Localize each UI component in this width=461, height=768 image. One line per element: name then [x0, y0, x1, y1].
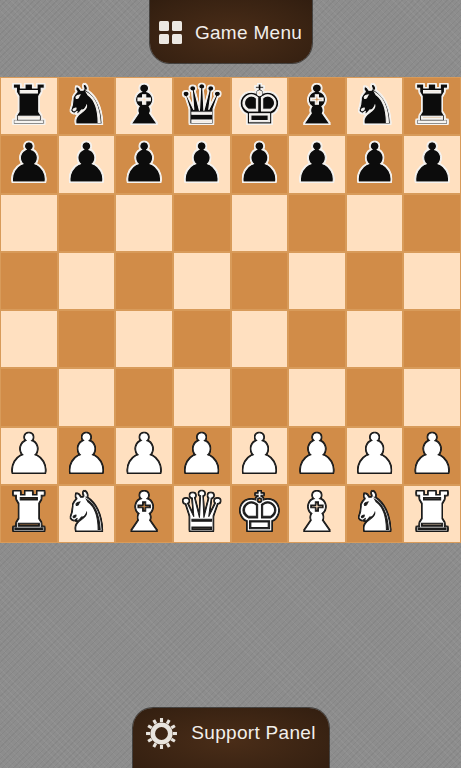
gear-icon: [145, 717, 178, 750]
piece-white-knight: ♞︎: [62, 485, 111, 540]
piece-white-pawn: ♟︎: [62, 427, 111, 482]
square-d2[interactable]: ♟︎: [173, 427, 231, 485]
square-b3[interactable]: [58, 368, 116, 426]
square-c5[interactable]: [115, 252, 173, 310]
square-c8[interactable]: ♝︎: [115, 77, 173, 135]
piece-black-pawn: ♟︎: [62, 136, 111, 191]
square-d5[interactable]: [173, 252, 231, 310]
square-d8[interactable]: ♛︎: [173, 77, 231, 135]
piece-white-king: ♚︎: [235, 485, 284, 540]
square-g6[interactable]: [346, 194, 404, 252]
square-d7[interactable]: ♟︎: [173, 135, 231, 193]
square-e7[interactable]: ♟︎: [231, 135, 289, 193]
piece-black-pawn: ♟︎: [408, 136, 457, 191]
piece-black-pawn: ♟︎: [119, 136, 168, 191]
square-b7[interactable]: ♟︎: [58, 135, 116, 193]
square-e3[interactable]: [231, 368, 289, 426]
piece-black-knight: ♞︎: [62, 78, 111, 133]
square-e1[interactable]: ♚︎: [231, 485, 289, 543]
piece-white-pawn: ♟︎: [292, 427, 341, 482]
square-b1[interactable]: ♞︎: [58, 485, 116, 543]
piece-black-pawn: ♟︎: [350, 136, 399, 191]
square-f5[interactable]: [288, 252, 346, 310]
piece-black-king: ♚︎: [235, 78, 284, 133]
square-g2[interactable]: ♟︎: [346, 427, 404, 485]
square-h2[interactable]: ♟︎: [403, 427, 461, 485]
square-g5[interactable]: [346, 252, 404, 310]
square-g3[interactable]: [346, 368, 404, 426]
piece-black-pawn: ♟︎: [4, 136, 53, 191]
piece-white-pawn: ♟︎: [235, 427, 284, 482]
game-menu-button[interactable]: Game Menu: [150, 0, 312, 63]
square-b2[interactable]: ♟︎: [58, 427, 116, 485]
square-b5[interactable]: [58, 252, 116, 310]
square-a7[interactable]: ♟︎: [0, 135, 58, 193]
square-c3[interactable]: [115, 368, 173, 426]
square-g8[interactable]: ♞︎: [346, 77, 404, 135]
square-a4[interactable]: [0, 310, 58, 368]
square-f3[interactable]: [288, 368, 346, 426]
grid-menu-icon: [159, 21, 182, 44]
piece-white-pawn: ♟︎: [177, 427, 226, 482]
square-e2[interactable]: ♟︎: [231, 427, 289, 485]
square-c6[interactable]: [115, 194, 173, 252]
square-d6[interactable]: [173, 194, 231, 252]
piece-black-knight: ♞︎: [350, 78, 399, 133]
piece-black-pawn: ♟︎: [177, 136, 226, 191]
square-f6[interactable]: [288, 194, 346, 252]
piece-white-pawn: ♟︎: [408, 427, 457, 482]
piece-white-queen: ♛︎: [177, 485, 226, 540]
square-a3[interactable]: [0, 368, 58, 426]
piece-white-pawn: ♟︎: [4, 427, 53, 482]
piece-white-bishop: ♝︎: [119, 485, 168, 540]
square-g1[interactable]: ♞︎: [346, 485, 404, 543]
piece-white-rook: ♜︎: [4, 485, 53, 540]
square-g4[interactable]: [346, 310, 404, 368]
chess-board: ♜︎♞︎♝︎♛︎♚︎♝︎♞︎♜︎♟︎♟︎♟︎♟︎♟︎♟︎♟︎♟︎♟︎♟︎♟︎♟︎…: [0, 77, 461, 543]
square-h5[interactable]: [403, 252, 461, 310]
square-h3[interactable]: [403, 368, 461, 426]
square-a6[interactable]: [0, 194, 58, 252]
square-h4[interactable]: [403, 310, 461, 368]
piece-white-pawn: ♟︎: [119, 427, 168, 482]
piece-white-bishop: ♝︎: [292, 485, 341, 540]
piece-white-rook: ♜︎: [408, 485, 457, 540]
square-h1[interactable]: ♜︎: [403, 485, 461, 543]
piece-white-pawn: ♟︎: [350, 427, 399, 482]
square-a5[interactable]: [0, 252, 58, 310]
piece-black-pawn: ♟︎: [235, 136, 284, 191]
square-e4[interactable]: [231, 310, 289, 368]
support-panel-button[interactable]: Support Panel: [133, 708, 329, 768]
square-h8[interactable]: ♜︎: [403, 77, 461, 135]
square-a8[interactable]: ♜︎: [0, 77, 58, 135]
square-e6[interactable]: [231, 194, 289, 252]
square-b8[interactable]: ♞︎: [58, 77, 116, 135]
piece-black-bishop: ♝︎: [119, 78, 168, 133]
piece-black-pawn: ♟︎: [292, 136, 341, 191]
square-h7[interactable]: ♟︎: [403, 135, 461, 193]
square-f4[interactable]: [288, 310, 346, 368]
square-e8[interactable]: ♚︎: [231, 77, 289, 135]
square-c7[interactable]: ♟︎: [115, 135, 173, 193]
piece-black-bishop: ♝︎: [292, 78, 341, 133]
square-b4[interactable]: [58, 310, 116, 368]
square-c4[interactable]: [115, 310, 173, 368]
piece-black-rook: ♜︎: [4, 78, 53, 133]
square-f7[interactable]: ♟︎: [288, 135, 346, 193]
piece-black-queen: ♛︎: [177, 78, 226, 133]
game-menu-label: Game Menu: [195, 22, 302, 44]
square-d1[interactable]: ♛︎: [173, 485, 231, 543]
square-f8[interactable]: ♝︎: [288, 77, 346, 135]
piece-white-knight: ♞︎: [350, 485, 399, 540]
square-b6[interactable]: [58, 194, 116, 252]
square-f1[interactable]: ♝︎: [288, 485, 346, 543]
square-a2[interactable]: ♟︎: [0, 427, 58, 485]
square-h6[interactable]: [403, 194, 461, 252]
square-g7[interactable]: ♟︎: [346, 135, 404, 193]
square-f2[interactable]: ♟︎: [288, 427, 346, 485]
square-d4[interactable]: [173, 310, 231, 368]
square-a1[interactable]: ♜︎: [0, 485, 58, 543]
square-e5[interactable]: [231, 252, 289, 310]
square-c1[interactable]: ♝︎: [115, 485, 173, 543]
square-d3[interactable]: [173, 368, 231, 426]
square-c2[interactable]: ♟︎: [115, 427, 173, 485]
support-panel-label: Support Panel: [191, 722, 315, 744]
piece-black-rook: ♜︎: [408, 78, 457, 133]
